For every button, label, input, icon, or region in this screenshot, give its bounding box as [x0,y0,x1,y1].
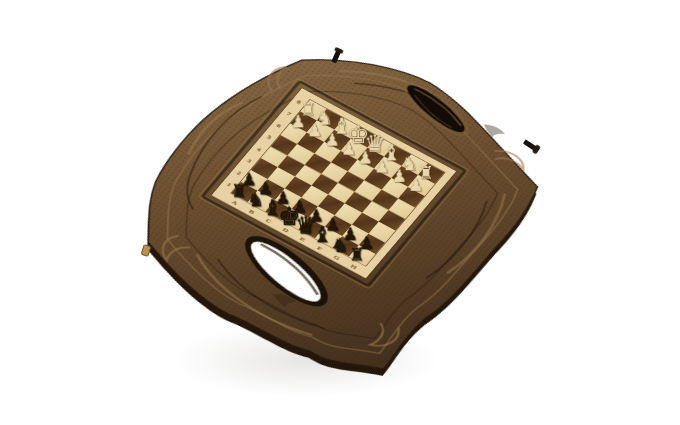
white-pawn: ♟ [392,167,407,184]
white-pawn: ♟ [408,176,423,193]
black-knight: ♞ [331,236,348,255]
white-pawn: ♟ [324,131,339,148]
white-pawn: ♟ [358,149,373,166]
black-rook: ♜ [349,246,365,264]
white-pawn: ♟ [341,140,356,157]
photo-stage: ♜♞♝♚♛♝♞♜♟♟♟♟♟♟♟♟♟♟♟♟♟♟♟♟♜♞♝♚♛♝♞♜ ABCDEFG… [0,0,680,425]
white-pawn: ♟ [291,113,306,130]
white-pawn: ♟ [375,158,390,175]
black-bishop: ♝ [313,224,333,246]
black-knight: ♞ [247,191,264,210]
white-pawn: ♟ [308,122,323,139]
black-rook: ♜ [231,182,247,200]
